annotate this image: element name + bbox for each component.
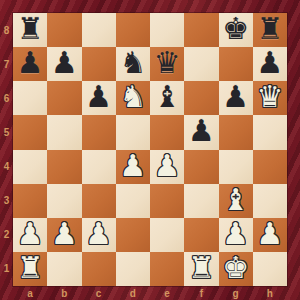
black-bishop-e6[interactable]: ♝	[154, 82, 181, 112]
black-rook-a8[interactable]: ♜	[17, 14, 44, 44]
rank-label-8: 8	[0, 13, 13, 47]
square-g6[interactable]: ♟	[219, 81, 253, 115]
black-pawn-h7[interactable]: ♟	[256, 48, 283, 78]
black-rook-h8[interactable]: ♜	[256, 14, 283, 44]
square-g8[interactable]: ♚	[219, 13, 253, 47]
square-d2[interactable]	[116, 218, 150, 252]
white-knight-d6[interactable]: ♞	[119, 82, 146, 112]
black-pawn-g6[interactable]: ♟	[222, 82, 249, 112]
square-h2[interactable]: ♟	[253, 218, 287, 252]
rank-label-6: 6	[0, 81, 13, 115]
white-pawn-e4[interactable]: ♟	[154, 151, 181, 181]
white-pawn-d4[interactable]: ♟	[119, 151, 146, 181]
chess-board: ♜♚♜♟♟♞♛♟♟♞♝♟♛♟♟♟♝♟♟♟♟♟♜♜♚	[13, 13, 287, 286]
square-h3[interactable]	[253, 184, 287, 218]
square-g2[interactable]: ♟	[219, 218, 253, 252]
square-e3[interactable]	[150, 184, 184, 218]
rank-label-1: 1	[0, 252, 13, 286]
square-a6[interactable]	[13, 81, 47, 115]
square-h6[interactable]: ♛	[253, 81, 287, 115]
rank-label-4: 4	[0, 150, 13, 184]
chess-board-frame: 87654321 ♜♚♜♟♟♞♛♟♟♞♝♟♛♟♟♟♝♟♟♟♟♟♜♜♚ abcde…	[0, 0, 300, 300]
square-e8[interactable]	[150, 13, 184, 47]
rank-labels: 87654321	[0, 13, 13, 286]
file-label-f: f	[184, 286, 218, 300]
file-label-a: a	[13, 286, 47, 300]
file-label-e: e	[150, 286, 184, 300]
square-c5[interactable]	[82, 115, 116, 149]
square-g3[interactable]: ♝	[219, 184, 253, 218]
black-pawn-c6[interactable]: ♟	[85, 82, 112, 112]
square-h1[interactable]	[253, 252, 287, 286]
square-b8[interactable]	[47, 13, 81, 47]
square-a1[interactable]: ♜	[13, 252, 47, 286]
square-a3[interactable]	[13, 184, 47, 218]
file-label-g: g	[219, 286, 253, 300]
square-f7[interactable]	[184, 47, 218, 81]
square-f3[interactable]	[184, 184, 218, 218]
white-bishop-g3[interactable]: ♝	[222, 185, 249, 215]
black-queen-e7[interactable]: ♛	[154, 48, 181, 78]
square-b2[interactable]: ♟	[47, 218, 81, 252]
white-king-g1[interactable]: ♚	[222, 253, 249, 283]
square-c4[interactable]	[82, 150, 116, 184]
square-c7[interactable]	[82, 47, 116, 81]
square-f2[interactable]	[184, 218, 218, 252]
square-d7[interactable]: ♞	[116, 47, 150, 81]
square-g4[interactable]	[219, 150, 253, 184]
square-e4[interactable]: ♟	[150, 150, 184, 184]
square-b7[interactable]: ♟	[47, 47, 81, 81]
square-e5[interactable]	[150, 115, 184, 149]
file-labels: abcdefgh	[13, 286, 287, 300]
square-e7[interactable]: ♛	[150, 47, 184, 81]
white-rook-a1[interactable]: ♜	[17, 253, 44, 283]
square-a4[interactable]	[13, 150, 47, 184]
square-g7[interactable]	[219, 47, 253, 81]
square-a8[interactable]: ♜	[13, 13, 47, 47]
rank-label-7: 7	[0, 47, 13, 81]
square-f6[interactable]	[184, 81, 218, 115]
square-e2[interactable]	[150, 218, 184, 252]
black-king-g8[interactable]: ♚	[222, 14, 249, 44]
square-a5[interactable]	[13, 115, 47, 149]
square-d5[interactable]	[116, 115, 150, 149]
white-rook-f1[interactable]: ♜	[188, 253, 215, 283]
square-h4[interactable]	[253, 150, 287, 184]
square-c6[interactable]: ♟	[82, 81, 116, 115]
square-f1[interactable]: ♜	[184, 252, 218, 286]
white-pawn-c2[interactable]: ♟	[85, 219, 112, 249]
square-f8[interactable]	[184, 13, 218, 47]
black-pawn-a7[interactable]: ♟	[17, 48, 44, 78]
white-pawn-b2[interactable]: ♟	[51, 219, 78, 249]
square-c8[interactable]	[82, 13, 116, 47]
rank-label-5: 5	[0, 115, 13, 149]
square-d8[interactable]	[116, 13, 150, 47]
file-label-c: c	[82, 286, 116, 300]
square-h5[interactable]	[253, 115, 287, 149]
square-f4[interactable]	[184, 150, 218, 184]
white-queen-h6[interactable]: ♛	[256, 82, 283, 112]
black-pawn-f5[interactable]: ♟	[188, 116, 215, 146]
square-d6[interactable]: ♞	[116, 81, 150, 115]
square-e1[interactable]	[150, 252, 184, 286]
square-d4[interactable]: ♟	[116, 150, 150, 184]
square-g1[interactable]: ♚	[219, 252, 253, 286]
square-a7[interactable]: ♟	[13, 47, 47, 81]
file-label-d: d	[116, 286, 150, 300]
black-knight-d7[interactable]: ♞	[119, 48, 146, 78]
square-g5[interactable]	[219, 115, 253, 149]
file-label-b: b	[47, 286, 81, 300]
square-c2[interactable]: ♟	[82, 218, 116, 252]
white-pawn-g2[interactable]: ♟	[222, 219, 249, 249]
white-pawn-h2[interactable]: ♟	[256, 219, 283, 249]
square-a2[interactable]: ♟	[13, 218, 47, 252]
square-h8[interactable]: ♜	[253, 13, 287, 47]
black-pawn-b7[interactable]: ♟	[51, 48, 78, 78]
square-b1[interactable]	[47, 252, 81, 286]
square-b5[interactable]	[47, 115, 81, 149]
square-c1[interactable]	[82, 252, 116, 286]
square-d3[interactable]	[116, 184, 150, 218]
square-d1[interactable]	[116, 252, 150, 286]
square-b3[interactable]	[47, 184, 81, 218]
square-b4[interactable]	[47, 150, 81, 184]
rank-label-2: 2	[0, 218, 13, 252]
square-b6[interactable]	[47, 81, 81, 115]
square-f5[interactable]: ♟	[184, 115, 218, 149]
white-pawn-a2[interactable]: ♟	[17, 219, 44, 249]
square-e6[interactable]: ♝	[150, 81, 184, 115]
square-c3[interactable]	[82, 184, 116, 218]
rank-label-3: 3	[0, 184, 13, 218]
file-label-h: h	[253, 286, 287, 300]
square-h7[interactable]: ♟	[253, 47, 287, 81]
